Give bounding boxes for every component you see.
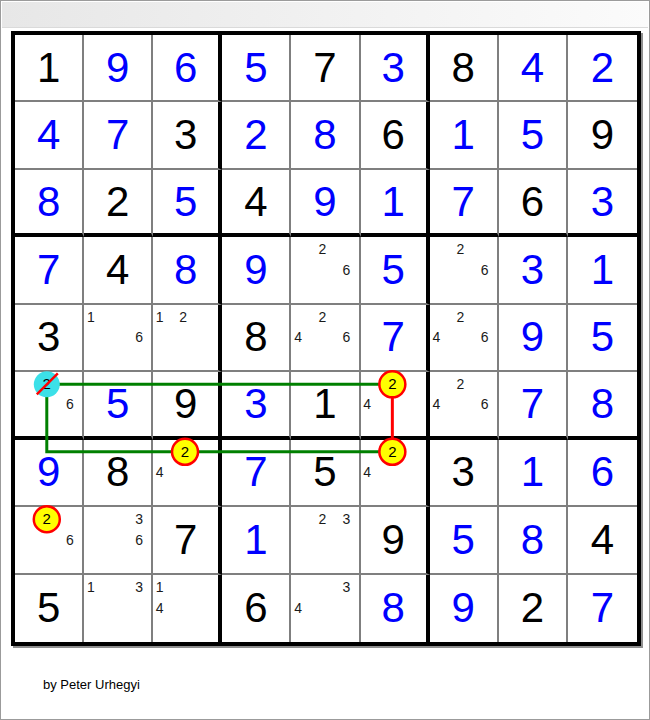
cell-r8c8[interactable]: 8 <box>499 507 568 574</box>
given-digit: 3 <box>174 114 197 156</box>
cell-r9c8[interactable]: 2 <box>499 575 568 642</box>
cell-r3c3[interactable]: 5 <box>153 170 222 237</box>
candidate-digit: 4 <box>294 601 302 615</box>
cell-r3c1[interactable]: 8 <box>15 170 84 237</box>
solved-digit: 5 <box>591 316 614 358</box>
board-frame: 1965738424732861598254917637489265263131… <box>11 31 641 646</box>
candidate-digit: 2 <box>179 310 187 324</box>
cell-r8c5[interactable]: 23 <box>291 507 360 574</box>
cell-r7c2[interactable]: 8 <box>84 440 153 507</box>
given-digit: 1 <box>37 47 60 89</box>
solved-digit: 4 <box>521 47 544 89</box>
solved-digit: 7 <box>521 383 544 425</box>
candidate-digit: 1 <box>156 580 164 594</box>
solved-digit: 8 <box>313 114 336 156</box>
cell-r9c3[interactable]: 14 <box>153 575 222 642</box>
solved-digit: 8 <box>381 587 404 629</box>
cell-r8c1[interactable]: 6 <box>15 507 84 574</box>
candidate-digit: 4 <box>156 465 164 479</box>
solved-digit: 7 <box>37 249 60 291</box>
solved-digit: 8 <box>174 249 197 291</box>
given-digit: 7 <box>313 47 336 89</box>
given-digit: 7 <box>174 519 197 561</box>
candidate-digit: 2 <box>457 377 465 391</box>
given-digit: 2 <box>521 587 544 629</box>
solved-digit: 5 <box>521 114 544 156</box>
sudoku-grid: 1965738424732861598254917637489265263131… <box>15 35 637 642</box>
cell-r4c5[interactable]: 26 <box>291 237 360 304</box>
solved-digit: 7 <box>452 181 475 223</box>
solved-digit: 8 <box>521 519 544 561</box>
given-digit: 6 <box>381 114 404 156</box>
cell-r4c6[interactable]: 5 <box>361 237 430 304</box>
cell-r5c3[interactable]: 12 <box>153 305 222 372</box>
candidate-digit: 4 <box>363 397 371 411</box>
cell-r7c6[interactable]: 4 <box>361 440 430 507</box>
candidate-digit: 3 <box>135 512 143 526</box>
given-digit: 6 <box>244 587 267 629</box>
cell-r5c8[interactable]: 9 <box>499 305 568 372</box>
cell-r7c9[interactable]: 6 <box>568 440 637 507</box>
solved-digit: 5 <box>452 519 475 561</box>
solved-digit: 1 <box>381 181 404 223</box>
cell-r2c1[interactable]: 4 <box>15 102 84 169</box>
cell-r3c5[interactable]: 9 <box>291 170 360 237</box>
given-digit: 8 <box>244 316 267 358</box>
cell-r7c7[interactable]: 3 <box>430 440 499 507</box>
cell-r3c9[interactable]: 3 <box>568 170 637 237</box>
cell-r9c6[interactable]: 8 <box>361 575 430 642</box>
candidate-digit: 6 <box>135 330 143 344</box>
cell-r4c7[interactable]: 26 <box>430 237 499 304</box>
cell-r6c9[interactable]: 8 <box>568 372 637 439</box>
header-bar <box>2 2 648 28</box>
cell-r2c5[interactable]: 8 <box>291 102 360 169</box>
cell-r7c5[interactable]: 5 <box>291 440 360 507</box>
candidate-digit: 4 <box>432 330 440 344</box>
candidate-digit: 1 <box>87 580 95 594</box>
credit-text: by Peter Urhegyi <box>43 677 140 692</box>
solved-digit: 3 <box>244 383 267 425</box>
candidate-digit: 1 <box>87 310 95 324</box>
candidate-digit: 6 <box>66 397 74 411</box>
cell-r3c4[interactable]: 4 <box>222 170 291 237</box>
candidate-digit: 6 <box>135 533 143 547</box>
solved-digit: 8 <box>591 383 614 425</box>
cell-r6c4[interactable]: 3 <box>222 372 291 439</box>
cell-r2c2[interactable]: 7 <box>84 102 153 169</box>
solved-digit: 7 <box>591 587 614 629</box>
cell-r5c5[interactable]: 246 <box>291 305 360 372</box>
candidate-digit: 6 <box>481 330 489 344</box>
puzzle-page: 1965738424732861598254917637489265263131… <box>0 0 650 720</box>
solved-digit: 9 <box>244 249 267 291</box>
cell-r5c7[interactable]: 246 <box>430 305 499 372</box>
candidate-digit: 4 <box>156 601 164 615</box>
cell-r1c2[interactable]: 9 <box>84 35 153 102</box>
given-digit: 4 <box>244 181 267 223</box>
solved-digit: 6 <box>174 47 197 89</box>
solved-digit: 2 <box>591 47 614 89</box>
cell-r9c1[interactable]: 5 <box>15 575 84 642</box>
cell-r1c4[interactable]: 5 <box>222 35 291 102</box>
candidate-digit: 3 <box>135 580 143 594</box>
cell-r8c6[interactable]: 9 <box>361 507 430 574</box>
solved-digit: 9 <box>313 181 336 223</box>
solved-digit: 9 <box>521 316 544 358</box>
solved-digit: 9 <box>37 451 60 493</box>
solved-digit: 7 <box>106 114 129 156</box>
cell-r8c7[interactable]: 5 <box>430 507 499 574</box>
candidate-digit: 2 <box>457 310 465 324</box>
cell-r4c2[interactable]: 4 <box>84 237 153 304</box>
candidate-digit: 4 <box>294 330 302 344</box>
solved-digit: 9 <box>452 587 475 629</box>
cell-r1c1[interactable]: 1 <box>15 35 84 102</box>
cell-r7c8[interactable]: 1 <box>499 440 568 507</box>
cell-r5c1[interactable]: 3 <box>15 305 84 372</box>
cell-r2c8[interactable]: 5 <box>499 102 568 169</box>
cell-r5c4[interactable]: 8 <box>222 305 291 372</box>
solved-digit: 3 <box>591 181 614 223</box>
cell-r1c6[interactable]: 3 <box>361 35 430 102</box>
solved-digit: 5 <box>244 47 267 89</box>
given-digit: 9 <box>381 519 404 561</box>
candidate-digit: 4 <box>363 465 371 479</box>
cell-r3c7[interactable]: 7 <box>430 170 499 237</box>
given-digit: 3 <box>452 451 475 493</box>
solved-digit: 3 <box>381 47 404 89</box>
cell-r2c7[interactable]: 1 <box>430 102 499 169</box>
cell-r8c3[interactable]: 7 <box>153 507 222 574</box>
cell-r9c7[interactable]: 9 <box>430 575 499 642</box>
cell-r5c6[interactable]: 7 <box>361 305 430 372</box>
given-digit: 4 <box>591 519 614 561</box>
solved-digit: 2 <box>244 114 267 156</box>
cell-r8c4[interactable]: 1 <box>222 507 291 574</box>
solved-digit: 1 <box>452 114 475 156</box>
cell-r1c5[interactable]: 7 <box>291 35 360 102</box>
solved-digit: 8 <box>37 181 60 223</box>
candidate-digit: 6 <box>481 263 489 277</box>
cell-r3c6[interactable]: 1 <box>361 170 430 237</box>
given-digit: 4 <box>106 249 129 291</box>
cell-r2c4[interactable]: 2 <box>222 102 291 169</box>
cell-r2c9[interactable]: 9 <box>568 102 637 169</box>
cell-r5c9[interactable]: 5 <box>568 305 637 372</box>
cell-r6c5[interactable]: 1 <box>291 372 360 439</box>
given-digit: 8 <box>106 451 129 493</box>
solved-digit: 3 <box>521 249 544 291</box>
cell-r3c2[interactable]: 2 <box>84 170 153 237</box>
cell-r4c9[interactable]: 1 <box>568 237 637 304</box>
cell-r3c8[interactable]: 6 <box>499 170 568 237</box>
given-digit: 5 <box>313 451 336 493</box>
given-digit: 9 <box>174 383 197 425</box>
cell-r6c1[interactable]: 6 <box>15 372 84 439</box>
solved-digit: 6 <box>591 451 614 493</box>
solved-digit: 5 <box>381 249 404 291</box>
candidate-digit: 4 <box>432 397 440 411</box>
cell-r8c9[interactable]: 4 <box>568 507 637 574</box>
solved-digit: 7 <box>381 316 404 358</box>
given-digit: 9 <box>591 114 614 156</box>
cell-r7c1[interactable]: 9 <box>15 440 84 507</box>
cell-r1c9[interactable]: 2 <box>568 35 637 102</box>
candidate-digit: 2 <box>318 310 326 324</box>
solved-digit: 1 <box>244 519 267 561</box>
solved-digit: 5 <box>174 181 197 223</box>
cell-r1c3[interactable]: 6 <box>153 35 222 102</box>
candidate-digit: 3 <box>343 580 351 594</box>
cell-r1c8[interactable]: 4 <box>499 35 568 102</box>
given-digit: 8 <box>452 47 475 89</box>
cell-r6c7[interactable]: 246 <box>430 372 499 439</box>
given-digit: 2 <box>106 181 129 223</box>
cell-r9c4[interactable]: 6 <box>222 575 291 642</box>
candidate-digit: 2 <box>457 242 465 256</box>
given-digit: 5 <box>37 587 60 629</box>
candidate-digit: 6 <box>481 397 489 411</box>
given-digit: 6 <box>521 181 544 223</box>
given-digit: 3 <box>37 316 60 358</box>
cell-r4c3[interactable]: 8 <box>153 237 222 304</box>
cell-r7c3[interactable]: 4 <box>153 440 222 507</box>
cell-r6c6[interactable]: 4 <box>361 372 430 439</box>
cell-r6c2[interactable]: 5 <box>84 372 153 439</box>
candidate-digit: 6 <box>66 533 74 547</box>
solved-digit: 1 <box>521 451 544 493</box>
cell-r9c2[interactable]: 13 <box>84 575 153 642</box>
cell-r7c4[interactable]: 7 <box>222 440 291 507</box>
candidate-digit: 6 <box>343 263 351 277</box>
cell-r4c8[interactable]: 3 <box>499 237 568 304</box>
cell-r4c1[interactable]: 7 <box>15 237 84 304</box>
solved-digit: 9 <box>106 47 129 89</box>
cell-r8c2[interactable]: 36 <box>84 507 153 574</box>
solved-digit: 4 <box>37 114 60 156</box>
solved-digit: 7 <box>244 451 267 493</box>
cell-r6c8[interactable]: 7 <box>499 372 568 439</box>
cell-r1c7[interactable]: 8 <box>430 35 499 102</box>
candidate-digit: 1 <box>156 310 164 324</box>
cell-r5c2[interactable]: 16 <box>84 305 153 372</box>
cell-r9c9[interactable]: 7 <box>568 575 637 642</box>
candidate-digit: 2 <box>318 512 326 526</box>
solved-digit: 1 <box>591 249 614 291</box>
cell-r2c6[interactable]: 6 <box>361 102 430 169</box>
candidate-digit: 6 <box>343 330 351 344</box>
solved-digit: 5 <box>106 383 129 425</box>
given-digit: 1 <box>313 383 336 425</box>
cell-r2c3[interactable]: 3 <box>153 102 222 169</box>
cell-r6c3[interactable]: 9 <box>153 372 222 439</box>
candidate-digit: 3 <box>343 512 351 526</box>
cell-r9c5[interactable]: 34 <box>291 575 360 642</box>
cell-r4c4[interactable]: 9 <box>222 237 291 304</box>
candidate-digit: 2 <box>318 242 326 256</box>
